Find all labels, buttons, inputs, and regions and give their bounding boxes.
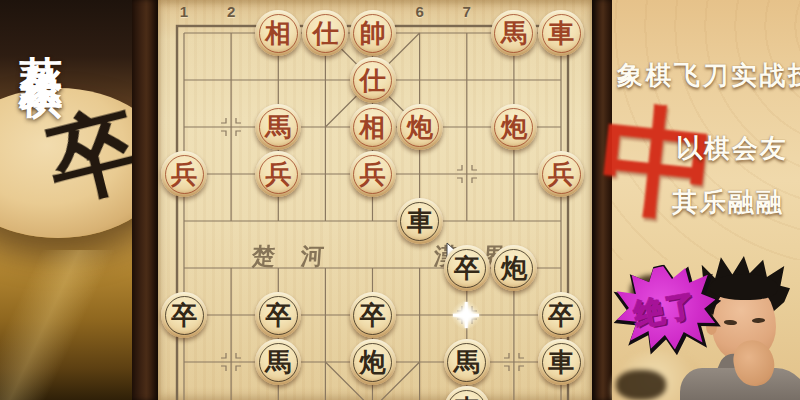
board-left-edge — [132, 0, 158, 400]
piece-glyph: 相 — [360, 115, 386, 141]
column-label-1: 1 — [173, 3, 195, 20]
piece-red-車-f9r0[interactable]: 車 — [538, 10, 584, 56]
piece-glyph: 卒 — [265, 303, 291, 329]
piece-glyph: 仕 — [360, 68, 386, 94]
piece-red-兵-f5r3[interactable]: 兵 — [350, 151, 396, 197]
piece-glyph: 炮 — [501, 115, 527, 141]
piece-glyph: 車 — [407, 209, 433, 235]
piece-black-卒-f9r6[interactable]: 卒 — [538, 292, 584, 338]
column-label-7: 7 — [456, 3, 478, 20]
piece-black-卒-f5r6[interactable]: 卒 — [350, 292, 396, 338]
piece-glyph: 兵 — [171, 162, 197, 188]
video-frame: 卒 莫愁象棋 — [0, 0, 800, 400]
piece-glyph: 相 — [265, 21, 291, 47]
sticker-text: 绝了 — [613, 282, 719, 340]
banner-line-3: 其乐融融 — [672, 185, 784, 220]
piece-glyph: 卒 — [360, 303, 386, 329]
piece-red-兵-f3r3[interactable]: 兵 — [255, 151, 301, 197]
piece-red-馬-f8r0[interactable]: 馬 — [491, 10, 537, 56]
banner-line-1: 象棋飞刀实战技 — [617, 58, 800, 93]
piece-red-兵-f1r3[interactable]: 兵 — [161, 151, 207, 197]
piece-red-相-f5r2[interactable]: 相 — [350, 104, 396, 150]
piece-glyph: 帥 — [360, 21, 386, 47]
piece-glyph: 卒 — [548, 303, 574, 329]
piece-black-卒-f3r6[interactable]: 卒 — [255, 292, 301, 338]
piece-red-帥-f5r0[interactable]: 帥 — [350, 10, 396, 56]
river-label-chu: 楚 河 — [251, 241, 335, 272]
piece-black-車-f9r7[interactable]: 車 — [538, 339, 584, 385]
presenter-fringe — [710, 274, 778, 300]
piece-glyph: 炮 — [407, 115, 433, 141]
piece-glyph: 卒 — [454, 256, 480, 282]
piece-glyph: 仕 — [312, 21, 338, 47]
piece-glyph: 卒 — [171, 303, 197, 329]
gold-sheen — [0, 250, 140, 400]
piece-red-兵-f9r3[interactable]: 兵 — [538, 151, 584, 197]
piece-red-相-f3r0[interactable]: 相 — [255, 10, 301, 56]
column-label-6: 6 — [409, 3, 431, 20]
presenter-eye-right — [752, 318, 765, 323]
column-label-2: 2 — [220, 3, 242, 20]
piece-glyph: 炮 — [360, 350, 386, 376]
presenter-eye-left — [724, 320, 737, 325]
piece-glyph: 兵 — [265, 162, 291, 188]
piece-black-卒-f1r6[interactable]: 卒 — [161, 292, 207, 338]
piece-glyph: 兵 — [360, 162, 386, 188]
piece-black-車-f6r4[interactable]: 車 — [397, 198, 443, 244]
banner-line-2: 以棋会友 — [676, 131, 788, 166]
piece-black-卒-f7r5[interactable]: 卒 — [444, 245, 490, 291]
piece-red-仕-f5r1[interactable]: 仕 — [350, 57, 396, 103]
piece-black-炮-f8r5[interactable]: 炮 — [491, 245, 537, 291]
piece-red-馬-f3r2[interactable]: 馬 — [255, 104, 301, 150]
piece-black-馬-f3r7[interactable]: 馬 — [255, 339, 301, 385]
piece-glyph: 車 — [548, 350, 574, 376]
piece-glyph: 馬 — [265, 115, 291, 141]
piece-red-炮-f8r2[interactable]: 炮 — [491, 104, 537, 150]
piece-glyph: 馬 — [454, 350, 480, 376]
piece-glyph: 兵 — [548, 162, 574, 188]
piece-black-炮-f5r7[interactable]: 炮 — [350, 339, 396, 385]
piece-glyph: 馬 — [265, 350, 291, 376]
piece-glyph: 車 — [454, 397, 480, 400]
sticker-juele: 绝了 — [613, 263, 719, 354]
piece-black-馬-f7r7[interactable]: 馬 — [444, 339, 490, 385]
piece-glyph: 車 — [548, 21, 574, 47]
piece-glyph: 馬 — [501, 21, 527, 47]
channel-title-vertical: 莫愁象棋 — [12, 20, 70, 48]
piece-red-炮-f6r2[interactable]: 炮 — [397, 104, 443, 150]
piece-glyph: 炮 — [501, 256, 527, 282]
